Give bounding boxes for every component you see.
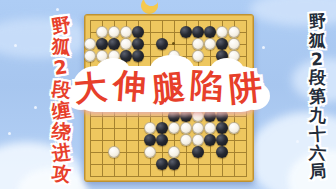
black-stone (168, 158, 180, 170)
white-stone (192, 38, 204, 50)
title-char: 陷 (189, 66, 225, 106)
white-stone (84, 38, 96, 50)
snow-dot (56, 8, 59, 11)
title-char: 伸 (112, 66, 148, 106)
snow-dot (8, 132, 11, 135)
black-stone (216, 134, 228, 146)
white-stone (204, 38, 216, 50)
white-stone (228, 122, 240, 134)
black-stone (132, 26, 144, 38)
black-stone (192, 26, 204, 38)
black-stone (132, 38, 144, 50)
white-stone (180, 122, 192, 134)
title-char: 十 (308, 124, 326, 144)
black-stone (216, 38, 228, 50)
white-stone (216, 26, 228, 38)
black-stone (156, 134, 168, 146)
thumbnail: 大伸腿陷阱 野狐2段缠绕进攻 野狐2段第九十六局 (0, 0, 336, 189)
black-stone (156, 38, 168, 50)
white-stone (120, 38, 132, 50)
white-stone (192, 134, 204, 146)
banner-title: 大伸腿陷阱 (74, 69, 262, 107)
black-stone (96, 38, 108, 50)
snow-dot (14, 44, 17, 47)
black-stone (108, 38, 120, 50)
white-stone (168, 146, 180, 158)
white-stone (96, 26, 108, 38)
black-stone (216, 122, 228, 134)
white-stone (120, 26, 132, 38)
white-stone (204, 122, 216, 134)
white-stone (108, 26, 120, 38)
white-stone (180, 134, 192, 146)
title-char: 阱 (227, 68, 263, 109)
black-stone (144, 134, 156, 146)
title-char: 局 (308, 162, 326, 182)
right-title: 野狐2段第九十六局 (305, 12, 329, 181)
black-stone (192, 146, 204, 158)
snow-dot (34, 106, 37, 109)
snow-dot (296, 140, 299, 143)
grid-line (90, 176, 247, 177)
white-stone (168, 122, 180, 134)
left-title: 野狐2段缠绕进攻 (47, 15, 75, 185)
title-char: 狐 (308, 30, 326, 50)
black-stone (216, 146, 228, 158)
title-char: 九 (308, 105, 326, 125)
black-stone (180, 26, 192, 38)
snow-dot (262, 46, 265, 49)
star-point (172, 42, 175, 45)
white-stone (192, 50, 204, 62)
white-stone (228, 38, 240, 50)
black-stone (204, 26, 216, 38)
title-char: 野 (308, 11, 326, 31)
cloud (0, 18, 92, 58)
black-stone (204, 134, 216, 146)
black-stone (156, 158, 168, 170)
white-stone (144, 146, 156, 158)
white-stone (228, 26, 240, 38)
title-char: 腿 (150, 68, 186, 109)
title-char: 2 (53, 57, 69, 80)
white-stone (144, 122, 156, 134)
black-stone (156, 122, 168, 134)
white-stone (108, 146, 120, 158)
black-stone (132, 50, 144, 62)
white-stone (84, 50, 96, 62)
title-char: 攻 (50, 162, 71, 185)
white-stone (192, 122, 204, 134)
title-char: 大 (72, 68, 108, 109)
